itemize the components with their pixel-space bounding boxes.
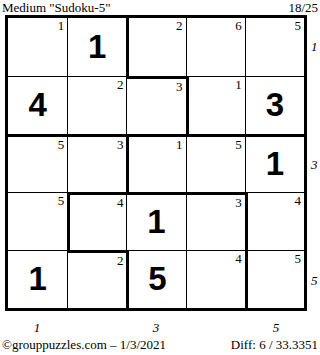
corner-mark: 2 (117, 254, 124, 267)
cell-r4c2[interactable]: 4 (67, 192, 126, 250)
corner-mark: 1 (58, 19, 65, 32)
col-label-5: 5 (273, 321, 280, 334)
corner-mark: 4 (117, 196, 124, 209)
cell-r5c3: 5 (126, 250, 185, 308)
cell-r1c2: 1 (67, 18, 126, 76)
row-label-3: 3 (311, 158, 318, 171)
given-digit: 3 (266, 88, 284, 123)
difficulty-text: Diff: 6 / 33.3351 (231, 338, 318, 351)
given-digit: 5 (148, 262, 166, 297)
corner-mark: 5 (58, 194, 65, 207)
cell-r3c5: 1 (245, 134, 304, 192)
puzzle-title: Medium "Sudoku-5" (2, 1, 110, 14)
cell-r2c3[interactable]: 3 (126, 76, 185, 134)
cell-r1c4[interactable]: 6 (186, 18, 245, 76)
corner-mark: 1 (235, 78, 242, 91)
col-label-3: 3 (153, 321, 160, 334)
given-digit: 4 (28, 88, 46, 123)
col-label-1: 1 (34, 321, 41, 334)
corner-mark: 4 (235, 252, 242, 265)
corner-mark: 6 (235, 19, 242, 32)
cell-r1c5[interactable]: 5 (245, 18, 304, 76)
cell-r3c1[interactable]: 5 (8, 134, 67, 192)
sudoku-board: 1126542313531515413412545 (5, 15, 307, 311)
row-label-1: 1 (311, 40, 318, 53)
given-digit: 1 (88, 30, 106, 65)
corner-mark: 5 (58, 138, 65, 151)
corner-mark: 5 (295, 252, 302, 265)
cell-r2c4[interactable]: 1 (186, 76, 245, 134)
given-digit: 1 (147, 205, 165, 240)
cell-r5c2[interactable]: 2 (67, 250, 126, 308)
cell-r4c3: 1 (126, 192, 185, 250)
corner-mark: 5 (235, 138, 242, 151)
cell-r3c4[interactable]: 5 (186, 134, 245, 192)
header: Medium "Sudoku-5" 18/25 (2, 1, 318, 14)
corner-mark: 2 (117, 78, 124, 91)
corner-mark: 3 (117, 138, 124, 151)
corner-mark: 5 (295, 19, 302, 32)
footer: ©grouppuzzles.com – 1/3/2021 Diff: 6 / 3… (2, 338, 318, 351)
given-digit: 1 (266, 147, 284, 182)
corner-mark: 3 (235, 196, 242, 209)
corner-mark: 2 (176, 19, 183, 32)
row-label-5: 5 (311, 274, 318, 287)
cell-r3c3[interactable]: 1 (126, 134, 185, 192)
corner-mark: 3 (176, 80, 183, 93)
cell-r1c1[interactable]: 1 (8, 18, 67, 76)
puzzle-page: Medium "Sudoku-5" 18/25 1126542313531515… (0, 0, 320, 355)
cell-r4c4[interactable]: 3 (186, 192, 245, 250)
cell-r2c1: 4 (8, 76, 67, 134)
cell-r4c1[interactable]: 5 (8, 192, 67, 250)
cell-r2c2[interactable]: 2 (67, 76, 126, 134)
cell-r5c4[interactable]: 4 (186, 250, 245, 308)
cell-r4c5[interactable]: 4 (245, 192, 304, 250)
cell-r5c5[interactable]: 5 (245, 250, 304, 308)
copyright-text: ©grouppuzzles.com – 1/3/2021 (2, 338, 166, 351)
cell-r2c5: 3 (245, 76, 304, 134)
cell-r5c1: 1 (8, 250, 67, 308)
corner-mark: 1 (176, 138, 183, 151)
corner-mark: 4 (295, 194, 302, 207)
cell-r3c2[interactable]: 3 (67, 134, 126, 192)
remaining-counter: 18/25 (288, 1, 318, 14)
cell-r1c3[interactable]: 2 (126, 18, 185, 76)
given-digit: 1 (28, 262, 46, 297)
